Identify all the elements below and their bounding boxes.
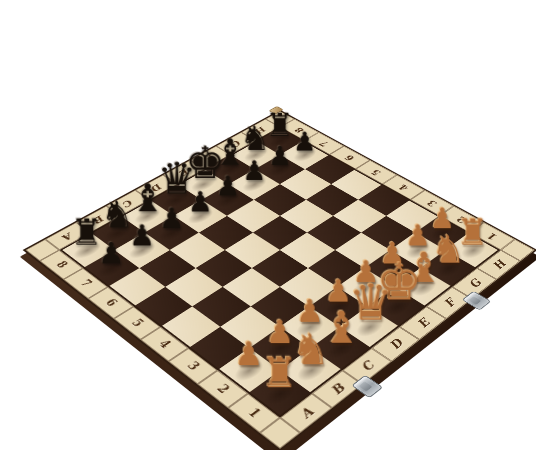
rank-label-text: 5 <box>128 317 145 329</box>
file-label-text: D <box>385 337 406 351</box>
rank-label-text: 5 <box>369 168 383 177</box>
rank-label-text: 8 <box>53 259 70 269</box>
rank-label-text: 2 <box>213 382 231 395</box>
file-label-text: B <box>327 381 348 397</box>
file-label-text: F <box>440 296 459 308</box>
rank-label-text: 6 <box>102 297 119 308</box>
file-label-text: H <box>489 258 509 271</box>
piece-black-pawn[interactable]: ♟ <box>91 240 131 268</box>
file-label-text: C <box>357 359 377 374</box>
rank-label-text: 4 <box>396 183 410 192</box>
file-label-text: E <box>413 316 432 329</box>
rank-label-text: 1 <box>244 406 263 420</box>
photo-stage: ABCDEFGH8♜♞♝♛♚♝♞♜87♟♟♟♟♟♟♟♟7665544332♟♟♟… <box>0 0 536 450</box>
file-label-text: A <box>296 405 317 421</box>
file-label-text: G <box>465 277 485 290</box>
piece-white-rook[interactable]: ♜ <box>257 354 302 393</box>
rank-label-text: 6 <box>343 153 357 161</box>
rank-label-text: 4 <box>155 338 173 350</box>
rank-label-text: 3 <box>184 359 202 372</box>
rank-label-text: 7 <box>77 278 94 289</box>
chess-board-3d: ABCDEFGH8♜♞♝♛♚♝♞♜87♟♟♟♟♟♟♟♟7665544332♟♟♟… <box>23 110 536 450</box>
square-a7[interactable]: ♟ <box>83 250 139 287</box>
board-frame-grid: ABCDEFGH8♜♞♝♛♚♝♞♜87♟♟♟♟♟♟♟♟7665544332♟♟♟… <box>23 110 536 450</box>
